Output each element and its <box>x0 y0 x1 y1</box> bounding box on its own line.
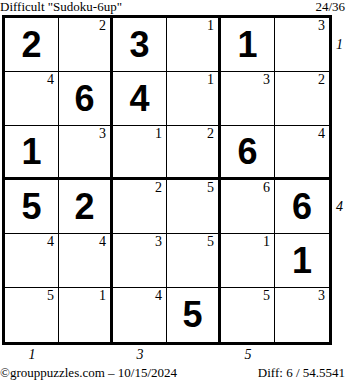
puzzle-page: Difficult "Sudoku-6up" 24/36 22311346413… <box>0 0 347 381</box>
cell-r1c5[interactable]: 1 <box>221 18 275 72</box>
cell-r2c4[interactable]: 1 <box>167 72 221 126</box>
cell-r3c5[interactable]: 6 <box>221 126 275 180</box>
cell-r2c5[interactable]: 3 <box>221 72 275 126</box>
cell-r3c6[interactable]: 4 <box>275 126 329 180</box>
corner-mark: 1 <box>263 235 270 248</box>
col-label-3: 3 <box>137 348 144 362</box>
cell-r5c2[interactable]: 4 <box>59 234 113 288</box>
corner-mark: 2 <box>207 127 214 140</box>
cell-r4c5[interactable]: 6 <box>221 180 275 234</box>
cell-r4c6[interactable]: 6 <box>275 180 329 234</box>
given-digit: 2 <box>21 27 41 63</box>
cell-r4c1[interactable]: 5 <box>5 180 59 234</box>
corner-mark: 4 <box>47 235 54 248</box>
cell-r3c2[interactable]: 3 <box>59 126 113 180</box>
corner-mark: 5 <box>207 235 214 248</box>
cell-r2c3[interactable]: 4 <box>113 72 167 126</box>
given-digit: 6 <box>74 81 94 117</box>
col-label-1: 1 <box>29 348 36 362</box>
given-digit: 5 <box>21 189 41 225</box>
corner-mark: 1 <box>99 289 106 302</box>
cell-r3c1[interactable]: 1 <box>5 126 59 180</box>
given-digit: 1 <box>292 243 312 279</box>
row-label-4: 4 <box>336 200 343 214</box>
corner-mark: 4 <box>155 289 162 302</box>
corner-mark: 3 <box>318 289 325 302</box>
progress-counter: 24/36 <box>315 0 345 14</box>
cell-r1c3[interactable]: 3 <box>113 18 167 72</box>
cell-r6c3[interactable]: 4 <box>113 288 167 342</box>
given-digit: 6 <box>237 134 257 170</box>
cell-r6c5[interactable]: 5 <box>221 288 275 342</box>
corner-mark: 4 <box>99 235 106 248</box>
header: Difficult "Sudoku-6up" 24/36 <box>0 0 347 14</box>
corner-mark: 5 <box>207 181 214 194</box>
footer: ©grouppuzzles.com – 10/15/2024 Diff: 6 /… <box>0 366 347 380</box>
cell-r5c1[interactable]: 4 <box>5 234 59 288</box>
corner-mark: 4 <box>318 127 325 140</box>
cell-r3c4[interactable]: 2 <box>167 126 221 180</box>
cell-r5c5[interactable]: 1 <box>221 234 275 288</box>
cell-r5c4[interactable]: 5 <box>167 234 221 288</box>
cell-r4c2[interactable]: 2 <box>59 180 113 234</box>
col-label-5: 5 <box>245 348 252 362</box>
corner-mark: 3 <box>318 19 325 32</box>
copyright-text: ©grouppuzzles.com – 10/15/2024 <box>0 366 177 380</box>
cell-r6c6[interactable]: 3 <box>275 288 329 342</box>
cell-r2c6[interactable]: 2 <box>275 72 329 126</box>
corner-mark: 2 <box>155 181 162 194</box>
corner-mark: 3 <box>99 127 106 140</box>
cell-r1c4[interactable]: 1 <box>167 18 221 72</box>
cell-r2c1[interactable]: 4 <box>5 72 59 126</box>
corner-mark: 5 <box>263 289 270 302</box>
corner-mark: 5 <box>47 289 54 302</box>
cell-r4c3[interactable]: 2 <box>113 180 167 234</box>
cell-r4c4[interactable]: 5 <box>167 180 221 234</box>
cell-r6c1[interactable]: 5 <box>5 288 59 342</box>
given-digit: 3 <box>129 27 149 63</box>
cell-r1c1[interactable]: 2 <box>5 18 59 72</box>
cell-r6c2[interactable]: 1 <box>59 288 113 342</box>
row-label-1: 1 <box>336 38 343 52</box>
corner-mark: 2 <box>318 73 325 86</box>
given-digit: 2 <box>74 189 94 225</box>
given-digit: 4 <box>129 81 149 117</box>
page-title: Difficult "Sudoku-6up" <box>0 0 122 14</box>
corner-mark: 3 <box>263 73 270 86</box>
corner-mark: 1 <box>207 19 214 32</box>
corner-mark: 3 <box>155 235 162 248</box>
given-digit: 6 <box>292 189 312 225</box>
cell-r1c6[interactable]: 3 <box>275 18 329 72</box>
cell-r5c6[interactable]: 1 <box>275 234 329 288</box>
corner-mark: 1 <box>207 73 214 86</box>
given-digit: 1 <box>237 27 257 63</box>
corner-mark: 4 <box>47 73 54 86</box>
sudoku-board: 223113464132131264522566443511514553 <box>2 15 332 345</box>
cell-r3c3[interactable]: 1 <box>113 126 167 180</box>
corner-mark: 6 <box>263 181 270 194</box>
cell-r2c2[interactable]: 6 <box>59 72 113 126</box>
cell-r1c2[interactable]: 2 <box>59 18 113 72</box>
cell-r5c3[interactable]: 3 <box>113 234 167 288</box>
difficulty-text: Diff: 6 / 54.5541 <box>258 366 345 380</box>
given-digit: 5 <box>182 297 202 333</box>
corner-mark: 2 <box>99 19 106 32</box>
corner-mark: 1 <box>155 127 162 140</box>
given-digit: 1 <box>21 134 41 170</box>
cell-r6c4[interactable]: 5 <box>167 288 221 342</box>
